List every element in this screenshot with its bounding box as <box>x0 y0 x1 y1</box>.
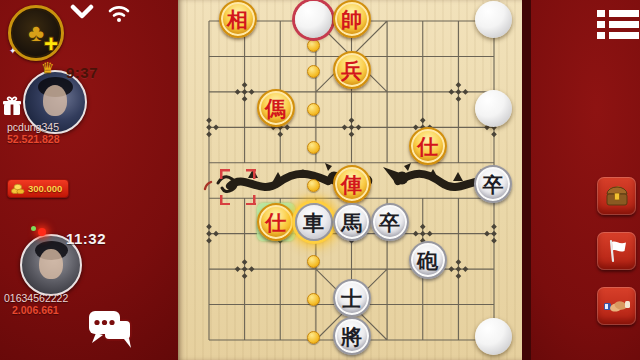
move-hint-dot[interactable] <box>307 65 320 78</box>
chat-bubbles-icon <box>86 308 136 350</box>
coins-icon <box>11 183 25 194</box>
draw-handshake-button[interactable] <box>597 287 636 325</box>
piece-covered[interactable] <box>475 90 512 127</box>
piece-covered[interactable] <box>475 318 512 355</box>
move-hint-dot[interactable] <box>307 293 320 306</box>
player-name-opponent: pcdung345 <box>7 121 59 133</box>
bet-amount-badge: 300.000 <box>7 179 69 198</box>
white-flag-icon <box>604 238 630 264</box>
piece-black-chariot[interactable]: 車 <box>295 203 333 241</box>
move-hint-dot[interactable] <box>307 179 320 192</box>
piece-black-cannon[interactable]: 砲 <box>409 241 447 279</box>
piece-black-soldier[interactable]: 卒 <box>371 203 409 241</box>
piece-red-elephant[interactable]: 相 <box>219 0 257 38</box>
chat-button[interactable] <box>86 308 136 350</box>
treasure-chest-button[interactable] <box>597 177 636 215</box>
gift-icon[interactable] <box>2 96 22 116</box>
piece-black-soldier[interactable]: 卒 <box>474 165 512 203</box>
piece-red-general[interactable]: 帥 <box>333 0 371 38</box>
surrender-flag-button[interactable] <box>597 232 636 270</box>
last-move-from-marker <box>220 169 256 205</box>
chevron-down-icon[interactable] <box>70 4 94 20</box>
piece-covered[interactable] <box>475 1 512 38</box>
treasure-chest-icon <box>604 184 630 208</box>
sparkle-icon: ✦ <box>9 46 17 56</box>
board-grid: 相帥兵傌仕俥卒仕車馬卒砲士將 <box>191 3 512 357</box>
wifi-icon <box>106 3 132 23</box>
bet-amount: 300.000 <box>28 183 62 194</box>
list-menu-icon <box>597 9 639 41</box>
left-sidebar: ♣ ✦ + ♛ 9:37 pcdung345 52.521.828 <box>0 0 178 360</box>
avatar-face <box>39 249 62 279</box>
timer-opponent: 9:37 <box>66 64 98 81</box>
move-hint-dot[interactable] <box>307 39 320 52</box>
piece-red-advisor[interactable]: 仕 <box>409 127 447 165</box>
player-coins-self: 2.006.661 <box>12 304 59 316</box>
avatar-face <box>43 85 67 116</box>
turn-indicator-red-dot <box>38 228 46 236</box>
add-coins-plus-icon[interactable]: + <box>44 32 58 56</box>
app-root: ♣ ✦ + ♛ 9:37 pcdung345 52.521.828 <box>0 0 640 360</box>
piece-black-advisor[interactable]: 士 <box>333 279 371 317</box>
piece-covered[interactable] <box>295 1 332 38</box>
xiangqi-board[interactable]: 相帥兵傌仕俥卒仕車馬卒砲士將 <box>178 0 522 360</box>
player-name-self: 01634562222 <box>4 292 68 304</box>
move-hint-dot[interactable] <box>307 331 320 344</box>
move-hint-dot[interactable] <box>307 255 320 268</box>
move-hint-dot[interactable] <box>307 141 320 154</box>
piece-black-horse[interactable]: 馬 <box>333 203 371 241</box>
handshake-icon <box>603 295 631 317</box>
timer-player: 11:32 <box>66 230 106 247</box>
move-hint-dot[interactable] <box>307 103 320 116</box>
piece-red-horse[interactable]: 傌 <box>257 89 295 127</box>
piece-red-advisor[interactable]: 仕 <box>257 203 295 241</box>
menu-button[interactable] <box>597 9 639 41</box>
piece-black-general[interactable]: 將 <box>333 317 371 355</box>
online-indicator-green-dot <box>31 226 36 231</box>
piece-red-chariot[interactable]: 俥 <box>333 165 371 203</box>
right-sidebar <box>522 0 640 360</box>
crown-icon: ♛ <box>41 60 54 75</box>
player-coins-opponent: 52.521.828 <box>7 133 60 145</box>
logo-ornament-icon: ♣ <box>28 21 44 45</box>
piece-red-soldier[interactable]: 兵 <box>333 51 371 89</box>
